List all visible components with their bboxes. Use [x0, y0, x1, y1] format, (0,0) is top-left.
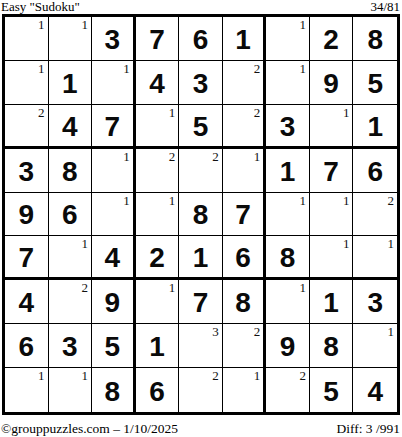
cell-r5c1[interactable]: 9: [5, 193, 49, 237]
cell-r8c1[interactable]: 6: [5, 324, 49, 368]
cell-value: 6: [18, 330, 34, 361]
pencil-mark: 2: [38, 106, 45, 119]
cell-r5c4[interactable]: 1: [136, 193, 180, 237]
cell-r5c5[interactable]: 8: [179, 193, 223, 237]
cell-r7c6[interactable]: 8: [223, 280, 267, 324]
pencil-mark: 1: [343, 106, 350, 119]
pencil-mark: 1: [82, 18, 89, 31]
cell-r3c5[interactable]: 5: [179, 105, 223, 149]
cell-value: 9: [105, 286, 121, 317]
cell-r7c4[interactable]: 1: [136, 280, 180, 324]
cell-r1c5[interactable]: 6: [179, 17, 223, 61]
cell-r6c1[interactable]: 7: [5, 236, 49, 280]
cell-r2c5[interactable]: 3: [179, 61, 223, 105]
pencil-mark: 1: [299, 18, 306, 31]
cell-r6c4[interactable]: 2: [136, 236, 180, 280]
cell-value: 4: [62, 110, 78, 141]
cell-r1c7[interactable]: 1: [266, 17, 310, 61]
cell-r1c9[interactable]: 8: [353, 17, 397, 61]
cell-value: 8: [105, 375, 121, 406]
pencil-mark: 1: [123, 194, 130, 207]
pencil-mark: 1: [254, 150, 261, 163]
cell-r8c7[interactable]: 9: [266, 324, 310, 368]
cell-value: 3: [105, 23, 121, 54]
pencil-mark: 1: [123, 62, 130, 75]
cell-value: 5: [193, 110, 209, 141]
cell-value: 7: [18, 241, 34, 272]
cell-r1c3[interactable]: 3: [92, 17, 136, 61]
cell-r4c5[interactable]: 2: [179, 149, 223, 193]
cell-r2c3[interactable]: 1: [92, 61, 136, 105]
cell-value: 7: [105, 110, 121, 141]
cell-r4c2[interactable]: 8: [49, 149, 93, 193]
cell-value: 9: [18, 198, 34, 229]
cell-r2c2[interactable]: 1: [49, 61, 93, 105]
sudoku-grid: 1137611281114321952471523113812211769611…: [2, 14, 400, 415]
cell-r7c1[interactable]: 4: [5, 280, 49, 324]
cell-r4c4[interactable]: 2: [136, 149, 180, 193]
cell-r6c5[interactable]: 1: [179, 236, 223, 280]
cell-r3c9[interactable]: 1: [353, 105, 397, 149]
cell-value: 4: [367, 375, 383, 406]
cell-value: 6: [235, 241, 251, 272]
pencil-mark: 2: [212, 150, 219, 163]
cell-r8c2[interactable]: 3: [49, 324, 93, 368]
cell-value: 7: [235, 198, 251, 229]
cell-value: 6: [367, 155, 383, 186]
pencil-mark: 1: [38, 62, 45, 75]
pencil-mark: 1: [169, 106, 176, 119]
cell-value: 8: [62, 155, 78, 186]
pencil-mark: 3: [212, 325, 219, 338]
cell-r6c9[interactable]: 1: [353, 236, 397, 280]
cell-value: 8: [323, 330, 339, 361]
cell-r4c9[interactable]: 6: [353, 149, 397, 193]
cell-r5c9[interactable]: 2: [353, 193, 397, 237]
cell-r2c8[interactable]: 9: [310, 61, 354, 105]
header: Easy "Sudoku" 34/81: [0, 0, 402, 14]
cell-r5c6[interactable]: 7: [223, 193, 267, 237]
pencil-mark: 2: [212, 369, 219, 382]
cell-r5c8[interactable]: 1: [310, 193, 354, 237]
cell-r8c9[interactable]: 1: [353, 324, 397, 368]
cell-r3c3[interactable]: 7: [92, 105, 136, 149]
cell-r6c7[interactable]: 8: [266, 236, 310, 280]
pencil-mark: 1: [388, 237, 395, 250]
cell-r9c9[interactable]: 4: [353, 368, 397, 412]
pencil-mark: 1: [299, 281, 306, 294]
cell-value: 4: [149, 67, 165, 98]
cell-r9c4[interactable]: 6: [136, 368, 180, 412]
cell-value: 3: [280, 110, 296, 141]
cell-value: 2: [323, 23, 339, 54]
cell-r4c7[interactable]: 1: [266, 149, 310, 193]
pencil-mark: 2: [388, 194, 395, 207]
cell-r1c4[interactable]: 7: [136, 17, 180, 61]
cell-value: 9: [280, 330, 296, 361]
cell-r1c1[interactable]: 1: [5, 17, 49, 61]
cell-value: 3: [62, 330, 78, 361]
cell-value: 1: [323, 286, 339, 317]
footer: ©grouppuzzles.com – 1/10/2025 Diff: 3 /9…: [0, 415, 402, 436]
cell-r9c5[interactable]: 2: [179, 368, 223, 412]
cell-r4c1[interactable]: 3: [5, 149, 49, 193]
cell-value: 7: [323, 155, 339, 186]
cell-r3c1[interactable]: 2: [5, 105, 49, 149]
cell-r6c2[interactable]: 1: [49, 236, 93, 280]
cell-value: 1: [367, 110, 383, 141]
cell-value: 6: [149, 375, 165, 406]
cell-r2c6[interactable]: 2: [223, 61, 267, 105]
cell-r7c3[interactable]: 9: [92, 280, 136, 324]
cell-r4c8[interactable]: 7: [310, 149, 354, 193]
cell-r7c7[interactable]: 1: [266, 280, 310, 324]
cell-r2c7[interactable]: 1: [266, 61, 310, 105]
cell-r6c3[interactable]: 4: [92, 236, 136, 280]
pencil-mark: 1: [254, 369, 261, 382]
cell-value: 2: [149, 241, 165, 272]
cell-value: 1: [62, 67, 78, 98]
cell-r9c1[interactable]: 1: [5, 368, 49, 412]
cell-r3c6[interactable]: 2: [223, 105, 267, 149]
pencil-mark: 2: [169, 150, 176, 163]
pencil-mark: 1: [299, 62, 306, 75]
cell-r9c3[interactable]: 8: [92, 368, 136, 412]
cell-r1c6[interactable]: 1: [223, 17, 267, 61]
pencil-mark: 2: [254, 106, 261, 119]
pencil-mark: 2: [82, 281, 89, 294]
cell-value: 1: [193, 241, 209, 272]
cell-r4c3[interactable]: 1: [92, 149, 136, 193]
cell-r3c4[interactable]: 1: [136, 105, 180, 149]
cell-r5c7[interactable]: 1: [266, 193, 310, 237]
pencil-mark: 2: [299, 369, 306, 382]
cell-r2c4[interactable]: 4: [136, 61, 180, 105]
pencil-mark: 1: [343, 237, 350, 250]
cell-r6c8[interactable]: 1: [310, 236, 354, 280]
cell-r2c9[interactable]: 5: [353, 61, 397, 105]
cell-value: 3: [367, 286, 383, 317]
cell-r8c4[interactable]: 1: [136, 324, 180, 368]
cell-value: 9: [323, 67, 339, 98]
cell-r2c1[interactable]: 1: [5, 61, 49, 105]
pencil-mark: 1: [82, 369, 89, 382]
cell-value: 4: [18, 286, 34, 317]
pencil-mark: 1: [38, 369, 45, 382]
cell-value: 7: [193, 286, 209, 317]
cell-r8c3[interactable]: 5: [92, 324, 136, 368]
cell-r8c6[interactable]: 2: [223, 324, 267, 368]
difficulty-label: Diff: 3 /991: [337, 422, 401, 436]
cell-value: 1: [149, 330, 165, 361]
cell-r5c2[interactable]: 6: [49, 193, 93, 237]
cell-r5c3[interactable]: 1: [92, 193, 136, 237]
cell-r3c8[interactable]: 1: [310, 105, 354, 149]
cell-value: 5: [367, 67, 383, 98]
cell-value: 1: [235, 23, 251, 54]
cell-r8c5[interactable]: 3: [179, 324, 223, 368]
pencil-mark: 1: [123, 150, 130, 163]
cell-r4c6[interactable]: 1: [223, 149, 267, 193]
cell-r7c9[interactable]: 3: [353, 280, 397, 324]
cell-r8c8[interactable]: 8: [310, 324, 354, 368]
pencil-mark: 1: [299, 194, 306, 207]
cell-r3c2[interactable]: 4: [49, 105, 93, 149]
cell-r9c7[interactable]: 2: [266, 368, 310, 412]
cell-r7c2[interactable]: 2: [49, 280, 93, 324]
cell-r7c5[interactable]: 7: [179, 280, 223, 324]
cell-r7c8[interactable]: 1: [310, 280, 354, 324]
pencil-mark: 1: [82, 237, 89, 250]
cell-value: 8: [280, 241, 296, 272]
cell-r9c6[interactable]: 1: [223, 368, 267, 412]
cell-value: 3: [193, 67, 209, 98]
cell-value: 6: [193, 23, 209, 54]
pencil-mark: 2: [254, 325, 261, 338]
cell-value: 4: [105, 241, 121, 272]
cell-value: 5: [323, 375, 339, 406]
cell-r6c6[interactable]: 6: [223, 236, 267, 280]
pencil-mark: 1: [38, 18, 45, 31]
cell-value: 6: [62, 198, 78, 229]
copyright-date: ©grouppuzzles.com – 1/10/2025: [1, 422, 178, 436]
cell-value: 7: [149, 23, 165, 54]
pencil-mark: 1: [169, 281, 176, 294]
cell-value: 1: [280, 155, 296, 186]
cell-r1c2[interactable]: 1: [49, 17, 93, 61]
cell-r9c2[interactable]: 1: [49, 368, 93, 412]
cell-value: 8: [193, 198, 209, 229]
empty-cell-counter: 34/81: [370, 0, 400, 14]
cell-r9c8[interactable]: 5: [310, 368, 354, 412]
cell-r3c7[interactable]: 3: [266, 105, 310, 149]
cell-value: 5: [105, 330, 121, 361]
cell-r1c8[interactable]: 2: [310, 17, 354, 61]
cell-value: 3: [18, 155, 34, 186]
pencil-mark: 1: [388, 325, 395, 338]
pencil-mark: 1: [169, 194, 176, 207]
cell-value: 8: [367, 23, 383, 54]
pencil-mark: 1: [343, 194, 350, 207]
puzzle-title: Easy "Sudoku": [1, 0, 80, 14]
pencil-mark: 2: [254, 62, 261, 75]
cell-value: 8: [235, 286, 251, 317]
